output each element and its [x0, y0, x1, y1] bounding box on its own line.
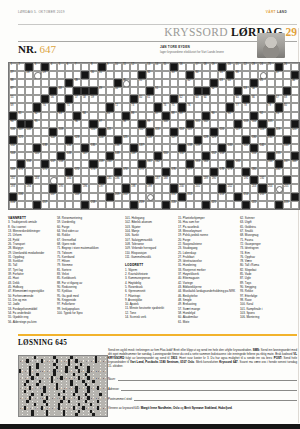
grid-cell[interactable]: 198: [130, 184, 138, 192]
grid-cell[interactable]: 184: [65, 176, 73, 184]
grid-cell[interactable]: [210, 144, 218, 152]
grid-cell[interactable]: [146, 112, 154, 120]
grid-cell[interactable]: [25, 152, 33, 160]
grid-cell[interactable]: [106, 87, 114, 95]
grid-cell[interactable]: [242, 112, 250, 120]
grid-cell[interactable]: [106, 184, 114, 192]
grid-cell[interactable]: 177: [186, 168, 194, 176]
grid-cell[interactable]: [130, 87, 138, 95]
grid-cell[interactable]: 53: [242, 87, 250, 95]
grid-cell[interactable]: [178, 176, 186, 184]
grid-cell[interactable]: 150: [162, 152, 170, 160]
grid-cell[interactable]: [202, 144, 210, 152]
grid-cell[interactable]: [162, 160, 170, 168]
grid-cell[interactable]: 149: [130, 152, 138, 160]
grid-cell[interactable]: 119: [275, 128, 283, 136]
grid-cell[interactable]: [130, 79, 138, 87]
grid-cell[interactable]: 26: [283, 63, 291, 71]
grid-cell[interactable]: [114, 184, 122, 192]
grid-cell[interactable]: 192: [258, 176, 266, 184]
grid-cell[interactable]: [17, 87, 25, 95]
grid-cell[interactable]: 144: [9, 152, 17, 160]
grid-cell[interactable]: 111: [106, 128, 114, 136]
grid-cell[interactable]: [218, 103, 226, 111]
form-line-address[interactable]: [121, 387, 297, 391]
grid-cell[interactable]: [49, 201, 57, 209]
grid-cell[interactable]: [25, 144, 33, 152]
grid-cell[interactable]: [17, 152, 25, 160]
grid-cell[interactable]: [291, 112, 299, 120]
grid-cell[interactable]: 202: [226, 184, 234, 192]
grid-cell[interactable]: 68: [283, 95, 291, 103]
grid-cell[interactable]: [275, 120, 283, 128]
grid-cell[interactable]: [41, 79, 49, 87]
grid-cell[interactable]: 18: [202, 63, 210, 71]
grid-cell[interactable]: [267, 144, 275, 152]
grid-cell[interactable]: 127: [170, 136, 178, 144]
grid-cell[interactable]: 11: [122, 63, 130, 71]
grid-cell[interactable]: [186, 152, 194, 160]
grid-cell[interactable]: [65, 87, 73, 95]
grid-cell[interactable]: 52: [210, 87, 218, 95]
grid-cell[interactable]: 87: [154, 112, 162, 120]
grid-cell[interactable]: [186, 201, 194, 209]
grid-cell[interactable]: [81, 176, 89, 184]
grid-cell[interactable]: [106, 136, 114, 144]
grid-cell[interactable]: [25, 95, 33, 103]
grid-cell[interactable]: [283, 71, 291, 79]
grid-cell[interactable]: [106, 71, 114, 79]
grid-cell[interactable]: [122, 144, 130, 152]
grid-cell[interactable]: [33, 168, 41, 176]
grid-cell[interactable]: 21: [234, 63, 242, 71]
grid-cell[interactable]: 84: [81, 112, 89, 120]
grid-cell[interactable]: 157: [49, 160, 57, 168]
grid-cell[interactable]: [210, 184, 218, 192]
grid-cell[interactable]: [130, 120, 138, 128]
grid-cell[interactable]: 136: [114, 144, 122, 152]
grid-cell[interactable]: [114, 71, 122, 79]
grid-cell[interactable]: 89: [178, 112, 186, 120]
grid-cell[interactable]: [154, 201, 162, 209]
grid-cell[interactable]: [202, 71, 210, 79]
grid-cell[interactable]: [226, 120, 234, 128]
grid-cell[interactable]: [291, 95, 299, 103]
grid-cell[interactable]: [154, 120, 162, 128]
grid-cell[interactable]: [17, 144, 25, 152]
grid-cell[interactable]: 203: [250, 184, 258, 192]
grid-cell[interactable]: 200: [178, 184, 186, 192]
grid-cell[interactable]: [122, 95, 130, 103]
grid-cell[interactable]: 42: [186, 79, 194, 87]
grid-cell[interactable]: 76: [186, 103, 194, 111]
grid-cell[interactable]: [210, 120, 218, 128]
grid-cell[interactable]: 131: [267, 136, 275, 144]
grid-cell[interactable]: 3: [33, 63, 41, 71]
grid-cell[interactable]: 142: [258, 144, 266, 152]
grid-cell[interactable]: 221: [210, 201, 218, 209]
grid-cell[interactable]: 64: [202, 95, 210, 103]
grid-cell[interactable]: [25, 201, 33, 209]
grid-cell[interactable]: [41, 128, 49, 136]
grid-cell[interactable]: [25, 79, 33, 87]
grid-cell[interactable]: [130, 128, 138, 136]
grid-cell[interactable]: [267, 87, 275, 95]
grid-cell[interactable]: [283, 120, 291, 128]
grid-cell[interactable]: [226, 152, 234, 160]
grid-cell[interactable]: [250, 71, 258, 79]
grid-cell[interactable]: 104: [250, 120, 258, 128]
grid-cell[interactable]: [41, 136, 49, 144]
grid-cell[interactable]: 123: [73, 136, 81, 144]
grid-cell[interactable]: 120: [291, 128, 299, 136]
grid-cell[interactable]: [234, 184, 242, 192]
grid-cell[interactable]: [106, 201, 114, 209]
grid-cell[interactable]: [154, 168, 162, 176]
grid-cell[interactable]: 2: [17, 63, 25, 71]
grid-cell[interactable]: [283, 79, 291, 87]
grid-cell[interactable]: [154, 184, 162, 192]
grid-cell[interactable]: 204: [267, 184, 275, 192]
grid-cell[interactable]: [89, 184, 97, 192]
grid-cell[interactable]: 134: [65, 144, 73, 152]
grid-cell[interactable]: [81, 160, 89, 168]
grid-cell[interactable]: [154, 193, 162, 201]
grid-cell[interactable]: [65, 184, 73, 192]
grid-cell[interactable]: [162, 193, 170, 201]
grid-cell[interactable]: [130, 136, 138, 144]
grid-cell[interactable]: [146, 168, 154, 176]
grid-cell[interactable]: 114: [178, 128, 186, 136]
grid-cell[interactable]: 96: [73, 120, 81, 128]
grid-cell[interactable]: 179: [226, 168, 234, 176]
grid-cell[interactable]: 16: [178, 63, 186, 71]
grid-cell[interactable]: 188: [162, 176, 170, 184]
grid-cell[interactable]: 222: [250, 201, 258, 209]
grid-cell[interactable]: [258, 95, 266, 103]
grid-cell[interactable]: 85: [106, 112, 114, 120]
grid-cell[interactable]: [234, 79, 242, 87]
grid-cell[interactable]: [81, 193, 89, 201]
grid-cell[interactable]: [291, 168, 299, 176]
grid-cell[interactable]: [226, 128, 234, 136]
grid-cell[interactable]: [89, 152, 97, 160]
grid-cell[interactable]: [122, 71, 130, 79]
grid-cell[interactable]: [162, 128, 170, 136]
grid-cell[interactable]: [25, 112, 33, 120]
grid-cell[interactable]: [267, 71, 275, 79]
grid-cell[interactable]: [178, 79, 186, 87]
grid-cell[interactable]: 27: [9, 71, 17, 79]
grid-cell[interactable]: 201: [194, 184, 202, 192]
grid-cell[interactable]: [250, 193, 258, 201]
grid-cell[interactable]: [130, 168, 138, 176]
grid-cell[interactable]: 83: [57, 112, 65, 120]
grid-cell[interactable]: [114, 201, 122, 209]
grid-cell[interactable]: 156: [25, 160, 33, 168]
grid-cell[interactable]: [218, 136, 226, 144]
grid-cell[interactable]: [178, 168, 186, 176]
grid-cell[interactable]: [194, 193, 202, 201]
grid-cell[interactable]: 67: [275, 95, 283, 103]
grid-cell[interactable]: [130, 176, 138, 184]
grid-cell[interactable]: 171: [41, 168, 49, 176]
grid-cell[interactable]: [275, 136, 283, 144]
grid-cell[interactable]: 77: [234, 103, 242, 111]
grid-cell[interactable]: 107: [17, 128, 25, 136]
grid-cell[interactable]: [218, 176, 226, 184]
grid-cell[interactable]: 197: [98, 184, 106, 192]
grid-cell[interactable]: [73, 201, 81, 209]
grid-cell[interactable]: 162: [154, 160, 162, 168]
grid-cell[interactable]: [17, 95, 25, 103]
grid-cell[interactable]: 35: [218, 71, 226, 79]
grid-cell[interactable]: [49, 176, 57, 184]
grid-cell[interactable]: [17, 201, 25, 209]
grid-cell[interactable]: [194, 168, 202, 176]
grid-cell[interactable]: [283, 168, 291, 176]
grid-cell[interactable]: [122, 87, 130, 95]
grid-cell[interactable]: [154, 95, 162, 103]
grid-cell[interactable]: [178, 120, 186, 128]
grid-cell[interactable]: 105: [267, 120, 275, 128]
grid-cell[interactable]: [33, 95, 41, 103]
grid-cell[interactable]: 41: [138, 79, 146, 87]
grid-cell[interactable]: [65, 71, 73, 79]
grid-cell[interactable]: 175: [138, 168, 146, 176]
grid-cell[interactable]: [267, 176, 275, 184]
grid-cell[interactable]: [242, 71, 250, 79]
grid-cell[interactable]: 57: [73, 95, 81, 103]
grid-cell[interactable]: [162, 71, 170, 79]
grid-cell[interactable]: 181: [275, 168, 283, 176]
grid-cell[interactable]: [81, 79, 89, 87]
grid-cell[interactable]: [226, 193, 234, 201]
grid-cell[interactable]: 113: [154, 128, 162, 136]
grid-cell[interactable]: 95: [33, 120, 41, 128]
grid-cell[interactable]: [275, 87, 283, 95]
grid-cell[interactable]: [49, 120, 57, 128]
grid-cell[interactable]: [41, 176, 49, 184]
grid-cell[interactable]: 146: [65, 152, 73, 160]
grid-cell[interactable]: 158: [57, 160, 65, 168]
grid-cell[interactable]: [146, 144, 154, 152]
grid-cell[interactable]: 22: [242, 63, 250, 71]
grid-cell[interactable]: [242, 184, 250, 192]
grid-cell[interactable]: [234, 152, 242, 160]
grid-cell[interactable]: 164: [202, 160, 210, 168]
grid-cell[interactable]: [186, 63, 194, 71]
grid-cell[interactable]: [33, 136, 41, 144]
grid-cell[interactable]: 44: [226, 79, 234, 87]
grid-cell[interactable]: [258, 160, 266, 168]
grid-cell[interactable]: [162, 87, 170, 95]
grid-cell[interactable]: [138, 152, 146, 160]
grid-cell[interactable]: 166: [267, 160, 275, 168]
grid-cell[interactable]: [162, 144, 170, 152]
grid-cell[interactable]: 213: [218, 193, 226, 201]
grid-cell[interactable]: 73: [130, 103, 138, 111]
grid-cell[interactable]: 191: [242, 176, 250, 184]
grid-cell[interactable]: 137: [138, 144, 146, 152]
grid-cell[interactable]: 39: [73, 79, 81, 87]
grid-cell[interactable]: 186: [114, 176, 122, 184]
grid-cell[interactable]: 209: [114, 193, 122, 201]
grid-cell[interactable]: [218, 87, 226, 95]
grid-cell[interactable]: [57, 136, 65, 144]
grid-cell[interactable]: [73, 103, 81, 111]
grid-cell[interactable]: 94: [9, 120, 17, 128]
grid-cell[interactable]: [202, 168, 210, 176]
grid-cell[interactable]: 19: [210, 63, 218, 71]
grid-cell[interactable]: [275, 144, 283, 152]
grid-cell[interactable]: [89, 103, 97, 111]
grid-cell[interactable]: [258, 152, 266, 160]
grid-cell[interactable]: 189: [202, 176, 210, 184]
grid-cell[interactable]: 170: [17, 168, 25, 176]
grid-cell[interactable]: [194, 128, 202, 136]
grid-cell[interactable]: 70: [41, 103, 49, 111]
grid-cell[interactable]: [98, 95, 106, 103]
grid-cell[interactable]: 174: [122, 168, 130, 176]
grid-cell[interactable]: [275, 79, 283, 87]
grid-cell[interactable]: [234, 201, 242, 209]
grid-cell[interactable]: [98, 168, 106, 176]
grid-cell[interactable]: 160: [106, 160, 114, 168]
grid-cell[interactable]: 17: [194, 63, 202, 71]
grid-cell[interactable]: [291, 136, 299, 144]
grid-cell[interactable]: 122: [49, 136, 57, 144]
grid-cell[interactable]: [41, 152, 49, 160]
grid-cell[interactable]: [25, 87, 33, 95]
grid-cell[interactable]: 30: [89, 71, 97, 79]
grid-cell[interactable]: [170, 176, 178, 184]
grid-cell[interactable]: [250, 128, 258, 136]
grid-cell[interactable]: 165: [234, 160, 242, 168]
grid-cell[interactable]: [98, 144, 106, 152]
grid-cell[interactable]: [122, 201, 130, 209]
grid-cell[interactable]: 139: [194, 144, 202, 152]
grid-cell[interactable]: 187: [154, 176, 162, 184]
grid-cell[interactable]: 193: [9, 184, 17, 192]
grid-cell[interactable]: [194, 79, 202, 87]
grid-cell[interactable]: [226, 87, 234, 95]
grid-cell[interactable]: [98, 152, 106, 160]
grid-cell[interactable]: 115: [186, 128, 194, 136]
grid-cell[interactable]: [250, 103, 258, 111]
grid-cell[interactable]: [275, 176, 283, 184]
grid-cell[interactable]: [122, 152, 130, 160]
grid-cell[interactable]: 103: [242, 120, 250, 128]
grid-cell[interactable]: 63: [194, 95, 202, 103]
grid-cell[interactable]: 117: [234, 128, 242, 136]
grid-cell[interactable]: 65: [234, 95, 242, 103]
grid-cell[interactable]: 220: [170, 201, 178, 209]
grid-cell[interactable]: [65, 193, 73, 201]
grid-cell[interactable]: 51: [154, 87, 162, 95]
grid-cell[interactable]: 199: [146, 184, 154, 192]
grid-cell[interactable]: 112: [138, 128, 146, 136]
grid-cell[interactable]: 140: [226, 144, 234, 152]
grid-cell[interactable]: [81, 103, 89, 111]
grid-cell[interactable]: [41, 112, 49, 120]
grid-cell[interactable]: [186, 112, 194, 120]
grid-cell[interactable]: 45: [258, 79, 266, 87]
grid-cell[interactable]: 168: [291, 160, 299, 168]
grid-cell[interactable]: [65, 112, 73, 120]
grid-cell[interactable]: 92: [258, 112, 266, 120]
grid-cell[interactable]: 211: [170, 193, 178, 201]
grid-cell[interactable]: 215: [258, 193, 266, 201]
grid-cell[interactable]: [98, 201, 106, 209]
grid-cell[interactable]: [146, 201, 154, 209]
grid-cell[interactable]: 71: [65, 103, 73, 111]
grid-cell[interactable]: [49, 79, 57, 87]
grid-cell[interactable]: 14: [154, 63, 162, 71]
grid-cell[interactable]: 161: [146, 160, 154, 168]
grid-cell[interactable]: 130: [250, 136, 258, 144]
grid-cell[interactable]: 74: [162, 103, 170, 111]
grid-cell[interactable]: 13: [146, 63, 154, 71]
grid-cell[interactable]: [17, 79, 25, 87]
grid-cell[interactable]: 173: [89, 168, 97, 176]
grid-cell[interactable]: [234, 112, 242, 120]
grid-cell[interactable]: [57, 168, 65, 176]
grid-cell[interactable]: [49, 144, 57, 152]
grid-cell[interactable]: [178, 201, 186, 209]
grid-cell[interactable]: [89, 112, 97, 120]
grid-cell[interactable]: [33, 79, 41, 87]
grid-cell[interactable]: [130, 160, 138, 168]
grid-cell[interactable]: [98, 193, 106, 201]
grid-cell[interactable]: [291, 63, 299, 71]
grid-cell[interactable]: [186, 87, 194, 95]
grid-cell[interactable]: [81, 168, 89, 176]
grid-cell[interactable]: 208: [73, 193, 81, 201]
grid-cell[interactable]: [267, 193, 275, 201]
grid-cell[interactable]: [25, 103, 33, 111]
grid-cell[interactable]: [178, 160, 186, 168]
grid-cell[interactable]: 48: [57, 87, 65, 95]
grid-cell[interactable]: [89, 79, 97, 87]
grid-cell[interactable]: 169: [9, 168, 17, 176]
grid-cell[interactable]: 81: [17, 112, 25, 120]
grid-cell[interactable]: [162, 184, 170, 192]
grid-cell[interactable]: 141: [242, 144, 250, 152]
grid-cell[interactable]: [33, 160, 41, 168]
grid-cell[interactable]: [202, 103, 210, 111]
grid-cell[interactable]: 54: [250, 87, 258, 95]
grid-cell[interactable]: [186, 95, 194, 103]
grid-cell[interactable]: 72: [114, 103, 122, 111]
grid-cell[interactable]: 56: [49, 95, 57, 103]
grid-cell[interactable]: [98, 112, 106, 120]
grid-cell[interactable]: [210, 193, 218, 201]
grid-cell[interactable]: 155: [275, 152, 283, 160]
grid-cell[interactable]: [194, 103, 202, 111]
grid-cell[interactable]: 210: [122, 193, 130, 201]
grid-cell[interactable]: 196: [81, 184, 89, 192]
grid-cell[interactable]: 109: [57, 128, 65, 136]
grid-cell[interactable]: [267, 112, 275, 120]
grid-cell[interactable]: [33, 193, 41, 201]
grid-cell[interactable]: [202, 128, 210, 136]
grid-cell[interactable]: 147: [81, 152, 89, 160]
grid-cell[interactable]: [210, 95, 218, 103]
grid-cell[interactable]: 37: [275, 71, 283, 79]
grid-cell[interactable]: [106, 95, 114, 103]
grid-cell[interactable]: 99: [146, 120, 154, 128]
